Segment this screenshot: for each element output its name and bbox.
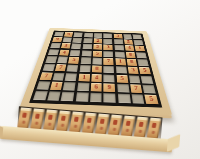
number-tile: 3 (128, 66, 139, 73)
grid-cell: 7 (40, 72, 53, 80)
grid-cell: 4 (91, 74, 102, 82)
number-tile: 1 (50, 81, 63, 90)
grid-cell: 1 (78, 73, 89, 81)
grid-cell (114, 45, 123, 51)
grid-cell (82, 51, 92, 57)
sudoku-box: 993 (50, 32, 83, 49)
grid-cell (104, 74, 115, 82)
number-tile: 5 (124, 39, 133, 44)
grid-cell (74, 32, 83, 37)
number-tile: 5 (93, 51, 103, 57)
grid-cell: 9 (64, 32, 73, 37)
grid-cell (104, 66, 114, 73)
grid-cell: 8 (92, 65, 102, 72)
grid-cell: 3 (104, 45, 113, 51)
number-tile: 5 (68, 57, 79, 64)
sudoku-board: 993253354145757881835711469575 (18, 28, 172, 116)
grid-cell (77, 82, 89, 91)
grid-cell: 6 (90, 83, 102, 92)
grid-cell (104, 39, 113, 44)
grid-cell (50, 43, 61, 49)
grid-cell (90, 93, 102, 103)
number-tile: 2 (93, 38, 102, 43)
number-tile: 5 (139, 67, 151, 74)
sudoku-box: 71 (33, 72, 77, 101)
grid-cell (52, 73, 64, 81)
grid-cell (131, 94, 144, 104)
grid-cell: 5 (139, 67, 151, 74)
grid-cell: 7 (130, 84, 143, 93)
grid-cell (104, 33, 112, 38)
number-tile: 4 (125, 45, 135, 51)
grid-cell (76, 92, 89, 102)
grid-cell: 1 (50, 81, 63, 90)
grid-cell (129, 75, 141, 83)
grid-cell (141, 76, 153, 84)
grid-cell: 8 (126, 52, 136, 58)
grid-cell: 2 (93, 38, 102, 43)
grid-cell (117, 84, 129, 93)
grid-cell: 1 (135, 46, 145, 52)
grid-cell (92, 58, 102, 65)
grid-cell: 3 (128, 66, 139, 73)
grid-cell (70, 50, 80, 56)
grid-cell (37, 81, 51, 90)
number-tile: 1 (78, 73, 89, 81)
sudoku-box: 575 (117, 75, 159, 105)
number-tile: 3 (114, 34, 123, 39)
sudoku-box: 3541 (114, 34, 145, 52)
number-tile: 9 (104, 83, 115, 92)
grid-cell (134, 40, 144, 45)
grid-cell (83, 38, 92, 43)
number-tile: 7 (130, 84, 143, 93)
sudoku-grid: 993253354145757881835711469575 (29, 30, 162, 107)
grid-cell (63, 82, 76, 91)
drawer-tile-stack (147, 118, 162, 139)
grid-cell (72, 38, 81, 43)
grid-cell (94, 33, 102, 38)
grid-cell (84, 33, 93, 38)
number-tile: 3 (104, 45, 113, 51)
grid-cell (67, 64, 78, 71)
grid-cell: 3 (61, 43, 71, 49)
sudoku-box: 1469 (76, 73, 116, 102)
grid-cell: 9 (104, 83, 115, 92)
number-tile: 4 (91, 74, 102, 82)
grid-cell (143, 85, 156, 94)
grid-cell (62, 37, 72, 42)
grid-cell (43, 63, 55, 70)
number-tile: 7 (40, 72, 53, 80)
product-photo: 993253354145757881835711469575 (0, 0, 200, 159)
grid-cell: 7 (104, 58, 114, 65)
grid-cell (45, 56, 57, 63)
sudoku-box: 457 (43, 49, 80, 71)
grid-cell: 5 (117, 75, 128, 83)
grid-cell (114, 39, 123, 44)
grid-cell: 1 (115, 59, 125, 66)
grid-cell (104, 93, 116, 103)
grid-cell (82, 44, 91, 50)
grid-cell (133, 34, 142, 39)
grid-cell: 5 (68, 57, 79, 64)
grid-cell: 7 (55, 64, 67, 71)
grid-cell (80, 65, 91, 72)
grid-cell (138, 59, 149, 66)
sudoku-box: 253 (82, 33, 112, 51)
grid-cell: 5 (93, 51, 103, 57)
grid-cell (61, 92, 74, 102)
grid-cell: 4 (59, 50, 70, 56)
grid-cell: 5 (145, 94, 159, 104)
number-tile: 8 (92, 65, 102, 72)
number-tile: 8 (127, 59, 138, 66)
board-tilt-wrapper: 993253354145757881835711469575 (18, 0, 177, 116)
grid-cell (65, 73, 77, 81)
number-tile: 5 (117, 75, 128, 83)
grid-cell (71, 43, 81, 49)
number-tile: 6 (90, 83, 102, 92)
grid-cell (123, 34, 132, 39)
grid-cell (104, 51, 114, 57)
number-tile: 4 (59, 50, 70, 56)
grid-cell: 5 (93, 44, 102, 50)
grid-cell (115, 52, 125, 58)
sudoku-box: 81835 (115, 52, 151, 74)
number-tile: 1 (115, 59, 125, 66)
grid-cell: 5 (124, 39, 133, 44)
number-tile: 7 (55, 64, 67, 71)
grid-cell (33, 91, 48, 101)
grid-cell: 3 (114, 34, 123, 39)
grid-cell (47, 91, 61, 101)
number-tile: 9 (52, 37, 62, 42)
grid-cell (81, 57, 91, 64)
grid-cell (118, 94, 131, 104)
grid-cell: 9 (52, 37, 62, 42)
number-tile: 3 (61, 43, 71, 49)
grid-cell: 8 (127, 59, 138, 66)
grid-cell (57, 57, 68, 64)
number-tile: 5 (93, 44, 102, 50)
grid-cell (48, 49, 59, 55)
grid-cell: 4 (125, 45, 135, 51)
number-tile: 9 (64, 32, 73, 37)
number-tile: 5 (145, 94, 159, 104)
number-tile: 7 (104, 58, 114, 65)
grid-cell (116, 66, 127, 73)
grid-cell (54, 32, 64, 37)
number-tile: 8 (126, 52, 136, 58)
grid-cell (136, 52, 147, 58)
number-tile: 1 (135, 46, 145, 52)
sudoku-box: 578 (80, 51, 114, 73)
